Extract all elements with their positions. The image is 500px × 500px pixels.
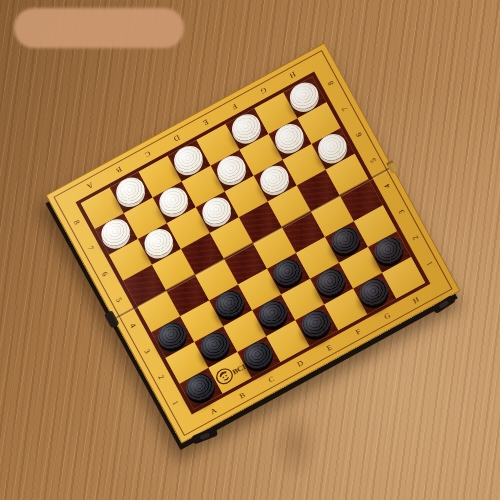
removed-watermark-smudge [14, 8, 184, 48]
product-photo: AABBCCDDEEFFGGHH8877665544332211 ВСП [0, 0, 500, 500]
